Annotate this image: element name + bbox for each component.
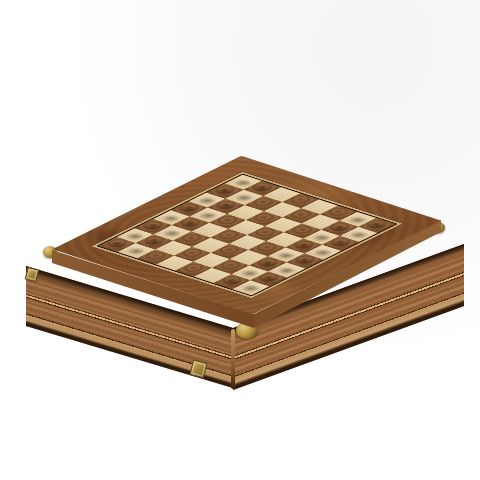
case-front-corner (231, 329, 235, 389)
white-pawn-a2: ♟ (125, 223, 147, 254)
square-a8: ♜ (232, 280, 269, 295)
white-pawn-c2: ♟ (162, 207, 183, 236)
board-squares: ♜♟♟♜♞♟♟♞♝♟♟♝♚♟♟♚♛♟♟♛♝♟♟♝♞♟♟♞♜♟♟♜ (96, 174, 398, 297)
white-pawn-d2: ♟ (180, 199, 200, 228)
white-pawn-h2: ♟ (253, 167, 271, 192)
white-pawn-g2: ♟ (235, 175, 254, 201)
chess-set-photo: ♜♟♟♜♞♟♟♞♝♟♟♝♚♟♟♚♛♟♟♛♝♟♟♝♞♟♟♞♜♟♟♜ (0, 0, 480, 480)
white-pawn-f2: ♟ (217, 183, 236, 210)
white-pawn-e2: ♟ (198, 191, 218, 219)
black-rook-a8: ♜ (236, 251, 266, 293)
